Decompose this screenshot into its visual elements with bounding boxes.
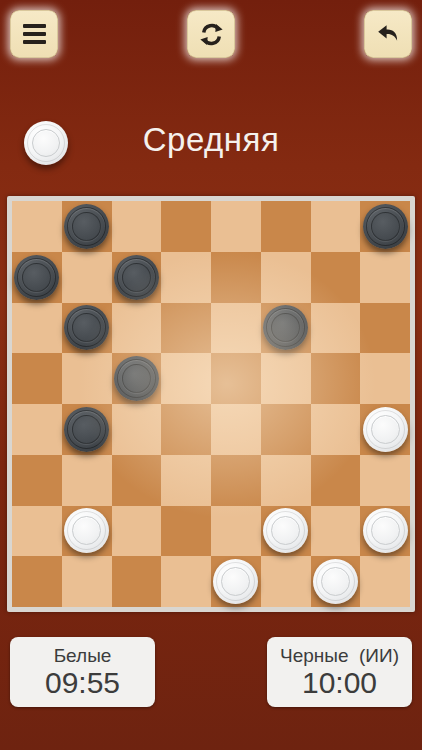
restart-button[interactable] — [187, 10, 235, 58]
board-square-r0c0[interactable] — [12, 201, 62, 252]
undo-arrow-icon — [374, 20, 402, 48]
board-square-r5c4[interactable] — [211, 455, 261, 506]
board-square-r4c3[interactable] — [161, 404, 211, 455]
checker-black[interactable] — [64, 305, 109, 350]
white-clock-time: 09:55 — [45, 667, 120, 699]
board-square-r7c1[interactable] — [62, 556, 112, 607]
board-square-r2c3[interactable] — [161, 303, 211, 354]
board-square-r2c4[interactable] — [211, 303, 261, 354]
board-square-r6c2[interactable] — [112, 506, 162, 557]
board-square-r1c4[interactable] — [211, 252, 261, 303]
board-square-r1c1[interactable] — [62, 252, 112, 303]
board-square-r7c7[interactable] — [360, 556, 410, 607]
board-square-r7c3[interactable] — [161, 556, 211, 607]
board-square-r1c5[interactable] — [261, 252, 311, 303]
checker-white[interactable] — [363, 407, 408, 452]
board-square-r6c6[interactable] — [311, 506, 361, 557]
board-square-r6c5[interactable] — [261, 506, 311, 557]
checker-black[interactable] — [114, 356, 159, 401]
board-square-r5c1[interactable] — [62, 455, 112, 506]
checker-black[interactable] — [114, 255, 159, 300]
board-square-r2c5[interactable] — [261, 303, 311, 354]
board-square-r5c7[interactable] — [360, 455, 410, 506]
board-square-r0c3[interactable] — [161, 201, 211, 252]
board-square-r6c4[interactable] — [211, 506, 261, 557]
board-square-r1c3[interactable] — [161, 252, 211, 303]
checker-black[interactable] — [263, 305, 308, 350]
board-square-r3c4[interactable] — [211, 353, 261, 404]
board-square-r3c2[interactable] — [112, 353, 162, 404]
board-square-r6c1[interactable] — [62, 506, 112, 557]
board-square-r2c2[interactable] — [112, 303, 162, 354]
board-square-r4c5[interactable] — [261, 404, 311, 455]
board-square-r1c0[interactable] — [12, 252, 62, 303]
black-clock-label: Черные (ИИ) — [280, 645, 399, 667]
board-square-r6c3[interactable] — [161, 506, 211, 557]
checker-black[interactable] — [64, 407, 109, 452]
board-square-r7c2[interactable] — [112, 556, 162, 607]
board-square-r2c0[interactable] — [12, 303, 62, 354]
board-square-r0c4[interactable] — [211, 201, 261, 252]
board-square-r5c0[interactable] — [12, 455, 62, 506]
board-square-r3c1[interactable] — [62, 353, 112, 404]
board-square-r4c6[interactable] — [311, 404, 361, 455]
board-square-r5c2[interactable] — [112, 455, 162, 506]
board-square-r0c5[interactable] — [261, 201, 311, 252]
board-square-r7c4[interactable] — [211, 556, 261, 607]
board-square-r4c0[interactable] — [12, 404, 62, 455]
board-square-r7c5[interactable] — [261, 556, 311, 607]
board-square-r3c5[interactable] — [261, 353, 311, 404]
board-square-r5c5[interactable] — [261, 455, 311, 506]
app-screen: Средняя Белые 09:55 Черные (ИИ) 10:00 — [0, 0, 422, 750]
white-clock-panel: Белые 09:55 — [10, 637, 155, 707]
white-clock-label: Белые — [54, 645, 112, 667]
board-square-r3c3[interactable] — [161, 353, 211, 404]
board-square-r0c1[interactable] — [62, 201, 112, 252]
board-square-r1c7[interactable] — [360, 252, 410, 303]
board-square-r4c7[interactable] — [360, 404, 410, 455]
board-square-r1c6[interactable] — [311, 252, 361, 303]
board-square-r7c6[interactable] — [311, 556, 361, 607]
board-square-r2c1[interactable] — [62, 303, 112, 354]
board-square-r4c4[interactable] — [211, 404, 261, 455]
board-square-r5c3[interactable] — [161, 455, 211, 506]
board-square-r2c6[interactable] — [311, 303, 361, 354]
refresh-icon — [198, 21, 225, 48]
board-square-r1c2[interactable] — [112, 252, 162, 303]
board-square-r4c1[interactable] — [62, 404, 112, 455]
board-square-r0c7[interactable] — [360, 201, 410, 252]
board-grid — [12, 201, 410, 607]
checker-black[interactable] — [363, 204, 408, 249]
board-square-r4c2[interactable] — [112, 404, 162, 455]
board-square-r0c2[interactable] — [112, 201, 162, 252]
checker-white[interactable] — [313, 559, 358, 604]
checker-white[interactable] — [64, 508, 109, 553]
board-square-r0c6[interactable] — [311, 201, 361, 252]
board-square-r3c7[interactable] — [360, 353, 410, 404]
board-square-r6c7[interactable] — [360, 506, 410, 557]
black-clock-panel: Черные (ИИ) 10:00 — [267, 637, 412, 707]
board-square-r7c0[interactable] — [12, 556, 62, 607]
board-square-r3c0[interactable] — [12, 353, 62, 404]
board-square-r2c7[interactable] — [360, 303, 410, 354]
checker-white[interactable] — [363, 508, 408, 553]
checker-white[interactable] — [263, 508, 308, 553]
page-title: Средняя — [0, 121, 422, 159]
checker-black[interactable] — [14, 255, 59, 300]
board-square-r3c6[interactable] — [311, 353, 361, 404]
checkers-board — [7, 196, 415, 612]
back-button[interactable] — [364, 10, 412, 58]
board-square-r5c6[interactable] — [311, 455, 361, 506]
checker-white[interactable] — [213, 559, 258, 604]
black-clock-time: 10:00 — [302, 667, 377, 699]
hamburger-icon — [23, 24, 46, 44]
menu-button[interactable] — [10, 10, 58, 58]
board-square-r6c0[interactable] — [12, 506, 62, 557]
checker-black[interactable] — [64, 204, 109, 249]
